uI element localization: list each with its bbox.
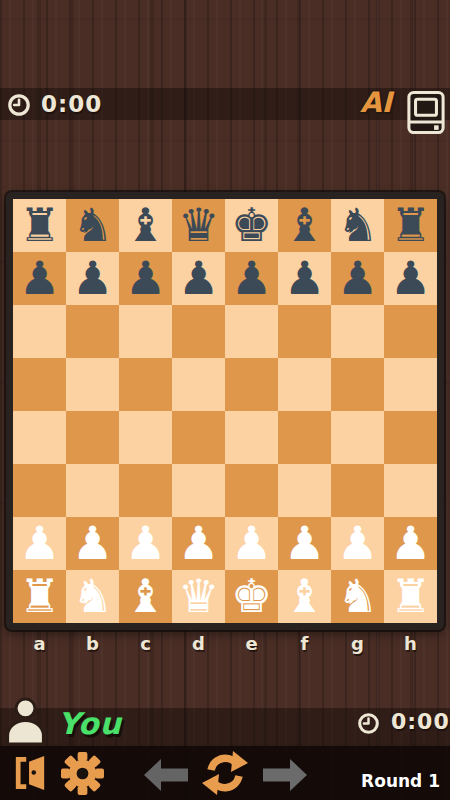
square-e4[interactable]	[225, 411, 278, 464]
file-labels: abcdefgh	[13, 633, 437, 657]
white-pawn: ♟	[19, 517, 60, 570]
square-d5[interactable]	[172, 358, 225, 411]
refresh-button[interactable]	[202, 749, 248, 797]
black-pawn: ♟	[337, 252, 378, 305]
square-c1[interactable]: ♝	[119, 570, 172, 623]
square-b3[interactable]	[66, 464, 119, 517]
square-a6[interactable]	[13, 305, 66, 358]
file-label-d: d	[172, 633, 225, 657]
square-h7[interactable]: ♟	[384, 252, 437, 305]
square-f7[interactable]: ♟	[278, 252, 331, 305]
arrow-right-icon	[263, 759, 307, 791]
clock-icon	[357, 712, 380, 735]
square-c7[interactable]: ♟	[119, 252, 172, 305]
file-label-h: h	[384, 633, 437, 657]
door-exit-icon	[13, 753, 47, 793]
square-a1[interactable]: ♜	[13, 570, 66, 623]
black-pawn: ♟	[125, 252, 166, 305]
square-h6[interactable]	[384, 305, 437, 358]
square-f3[interactable]	[278, 464, 331, 517]
square-b6[interactable]	[66, 305, 119, 358]
square-f1[interactable]: ♝	[278, 570, 331, 623]
square-c5[interactable]	[119, 358, 172, 411]
square-a2[interactable]: ♟	[13, 517, 66, 570]
square-b1[interactable]: ♞	[66, 570, 119, 623]
square-e1[interactable]: ♚	[225, 570, 278, 623]
white-knight: ♞	[72, 570, 113, 623]
square-c3[interactable]	[119, 464, 172, 517]
square-c6[interactable]	[119, 305, 172, 358]
square-b2[interactable]: ♟	[66, 517, 119, 570]
black-king: ♚	[231, 199, 272, 252]
white-bishop: ♝	[284, 570, 325, 623]
white-knight: ♞	[337, 570, 378, 623]
square-d3[interactable]	[172, 464, 225, 517]
file-label-e: e	[225, 633, 278, 657]
square-f4[interactable]	[278, 411, 331, 464]
square-g6[interactable]	[331, 305, 384, 358]
gear-icon	[61, 752, 104, 795]
square-d7[interactable]: ♟	[172, 252, 225, 305]
black-rook: ♜	[19, 199, 60, 252]
black-pawn: ♟	[284, 252, 325, 305]
chess-app: 0:00 AI ♜♞♝♛♚♝♞♜♟♟♟♟♟♟♟♟♟♟♟♟♟♟♟♟♜♞♝♛♚♝♞♜…	[0, 0, 450, 800]
square-c2[interactable]: ♟	[119, 517, 172, 570]
square-g7[interactable]: ♟	[331, 252, 384, 305]
square-h3[interactable]	[384, 464, 437, 517]
square-d1[interactable]: ♛	[172, 570, 225, 623]
square-a5[interactable]	[13, 358, 66, 411]
square-d2[interactable]: ♟	[172, 517, 225, 570]
file-label-c: c	[119, 633, 172, 657]
arrow-left-icon	[144, 759, 188, 791]
square-d4[interactable]	[172, 411, 225, 464]
next-move-button[interactable]	[263, 759, 307, 791]
opponent-timer: 0:00	[41, 89, 102, 119]
white-pawn: ♟	[72, 517, 113, 570]
square-c4[interactable]	[119, 411, 172, 464]
square-g1[interactable]: ♞	[331, 570, 384, 623]
white-pawn: ♟	[284, 517, 325, 570]
white-pawn: ♟	[390, 517, 431, 570]
white-queen: ♛	[178, 570, 219, 623]
black-bishop: ♝	[125, 199, 166, 252]
player-timer: 0:00	[391, 709, 450, 735]
square-d6[interactable]	[172, 305, 225, 358]
square-h5[interactable]	[384, 358, 437, 411]
black-pawn: ♟	[72, 252, 113, 305]
square-a3[interactable]	[13, 464, 66, 517]
square-e5[interactable]	[225, 358, 278, 411]
black-pawn: ♟	[19, 252, 60, 305]
square-h8[interactable]: ♜	[384, 199, 437, 252]
square-b7[interactable]: ♟	[66, 252, 119, 305]
file-label-g: g	[331, 633, 384, 657]
square-f5[interactable]	[278, 358, 331, 411]
clock-icon	[7, 93, 31, 117]
white-pawn: ♟	[125, 517, 166, 570]
square-h2[interactable]: ♟	[384, 517, 437, 570]
black-bishop: ♝	[284, 199, 325, 252]
square-e2[interactable]: ♟	[225, 517, 278, 570]
player-avatar-icon	[3, 696, 48, 746]
exit-button[interactable]	[13, 753, 47, 793]
round-label: Round 1	[361, 771, 440, 791]
square-b5[interactable]	[66, 358, 119, 411]
square-c8[interactable]: ♝	[119, 199, 172, 252]
square-a4[interactable]	[13, 411, 66, 464]
white-pawn: ♟	[231, 517, 272, 570]
square-a7[interactable]: ♟	[13, 252, 66, 305]
black-queen: ♛	[178, 199, 219, 252]
black-pawn: ♟	[231, 252, 272, 305]
white-pawn: ♟	[178, 517, 219, 570]
square-e8[interactable]: ♚	[225, 199, 278, 252]
player-name: You	[58, 702, 122, 746]
refresh-icon	[202, 749, 248, 797]
square-e6[interactable]	[225, 305, 278, 358]
square-g4[interactable]	[331, 411, 384, 464]
chess-board: ♜♞♝♛♚♝♞♜♟♟♟♟♟♟♟♟♟♟♟♟♟♟♟♟♜♞♝♛♚♝♞♜	[6, 192, 444, 630]
previous-move-button[interactable]	[144, 759, 188, 791]
file-label-a: a	[13, 633, 66, 657]
black-pawn: ♟	[178, 252, 219, 305]
square-f2[interactable]: ♟	[278, 517, 331, 570]
black-knight: ♞	[72, 199, 113, 252]
square-b8[interactable]: ♞	[66, 199, 119, 252]
square-f8[interactable]: ♝	[278, 199, 331, 252]
settings-button[interactable]	[61, 752, 104, 795]
square-e3[interactable]	[225, 464, 278, 517]
square-g5[interactable]	[331, 358, 384, 411]
board-grid: ♜♞♝♛♚♝♞♜♟♟♟♟♟♟♟♟♟♟♟♟♟♟♟♟♜♞♝♛♚♝♞♜	[13, 199, 437, 623]
square-g3[interactable]	[331, 464, 384, 517]
square-a8[interactable]: ♜	[13, 199, 66, 252]
white-king: ♚	[231, 570, 272, 623]
black-knight: ♞	[337, 199, 378, 252]
square-h4[interactable]	[384, 411, 437, 464]
black-pawn: ♟	[390, 252, 431, 305]
square-e7[interactable]: ♟	[225, 252, 278, 305]
computer-icon	[407, 90, 445, 135]
file-label-b: b	[66, 633, 119, 657]
square-g8[interactable]: ♞	[331, 199, 384, 252]
square-h1[interactable]: ♜	[384, 570, 437, 623]
opponent-name: AI	[360, 86, 392, 120]
black-rook: ♜	[390, 199, 431, 252]
white-pawn: ♟	[337, 517, 378, 570]
square-f6[interactable]	[278, 305, 331, 358]
file-label-f: f	[278, 633, 331, 657]
square-d8[interactable]: ♛	[172, 199, 225, 252]
white-bishop: ♝	[125, 570, 166, 623]
square-b4[interactable]	[66, 411, 119, 464]
white-rook: ♜	[19, 570, 60, 623]
white-rook: ♜	[390, 570, 431, 623]
square-g2[interactable]: ♟	[331, 517, 384, 570]
